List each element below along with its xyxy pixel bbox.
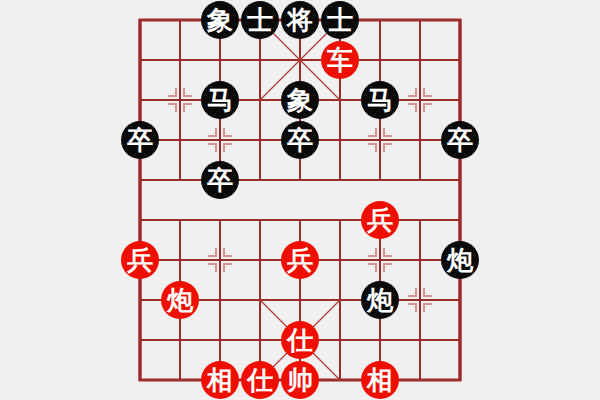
xiangqi-board-area: 象士将士车马象马卒卒卒卒兵兵兵炮炮炮仕相仕帅相 bbox=[0, 0, 600, 400]
piece-red-elephant[interactable]: 相 bbox=[201, 361, 239, 399]
board-point-2-9[interactable]: 相 bbox=[200, 360, 240, 400]
piece-black-soldier[interactable]: 卒 bbox=[441, 121, 479, 159]
piece-black-soldier[interactable]: 卒 bbox=[121, 121, 159, 159]
board-point-4-8[interactable]: 仕 bbox=[280, 320, 320, 360]
board-point-4-6[interactable]: 兵 bbox=[280, 240, 320, 280]
piece-red-advisor[interactable]: 仕 bbox=[281, 321, 319, 359]
piece-black-cannon[interactable]: 炮 bbox=[441, 241, 479, 279]
piece-black-advisor[interactable]: 士 bbox=[241, 1, 279, 39]
board-point-0-6[interactable]: 兵 bbox=[120, 240, 160, 280]
piece-red-elephant[interactable]: 相 bbox=[361, 361, 399, 399]
board-point-4-0[interactable]: 将 bbox=[280, 0, 320, 40]
piece-red-advisor[interactable]: 仕 bbox=[241, 361, 279, 399]
board-point-2-4[interactable]: 卒 bbox=[200, 160, 240, 200]
piece-red-general[interactable]: 帅 bbox=[281, 361, 319, 399]
board-point-1-7[interactable]: 炮 bbox=[160, 280, 200, 320]
board-point-3-0[interactable]: 士 bbox=[240, 0, 280, 40]
piece-black-general[interactable]: 将 bbox=[281, 1, 319, 39]
board-point-6-9[interactable]: 相 bbox=[360, 360, 400, 400]
board-point-3-9[interactable]: 仕 bbox=[240, 360, 280, 400]
board-point-6-7[interactable]: 炮 bbox=[360, 280, 400, 320]
board-point-6-2[interactable]: 马 bbox=[360, 80, 400, 120]
piece-black-elephant[interactable]: 象 bbox=[281, 81, 319, 119]
piece-red-soldier[interactable]: 兵 bbox=[281, 241, 319, 279]
piece-black-soldier[interactable]: 卒 bbox=[281, 121, 319, 159]
board-point-0-3[interactable]: 卒 bbox=[120, 120, 160, 160]
board-point-4-2[interactable]: 象 bbox=[280, 80, 320, 120]
piece-black-soldier[interactable]: 卒 bbox=[201, 161, 239, 199]
piece-black-advisor[interactable]: 士 bbox=[321, 1, 359, 39]
piece-red-cannon[interactable]: 炮 bbox=[161, 281, 199, 319]
piece-red-soldier[interactable]: 兵 bbox=[361, 201, 399, 239]
piece-black-horse[interactable]: 马 bbox=[361, 81, 399, 119]
xiangqi-board[interactable]: 象士将士车马象马卒卒卒卒兵兵兵炮炮炮仕相仕帅相 bbox=[120, 0, 480, 400]
piece-red-chariot[interactable]: 车 bbox=[321, 41, 359, 79]
piece-black-horse[interactable]: 马 bbox=[201, 81, 239, 119]
board-point-4-9[interactable]: 帅 bbox=[280, 360, 320, 400]
piece-red-soldier[interactable]: 兵 bbox=[121, 241, 159, 279]
board-point-8-6[interactable]: 炮 bbox=[440, 240, 480, 280]
board-point-4-3[interactable]: 卒 bbox=[280, 120, 320, 160]
board-point-2-0[interactable]: 象 bbox=[200, 0, 240, 40]
board-point-2-2[interactable]: 马 bbox=[200, 80, 240, 120]
board-point-5-0[interactable]: 士 bbox=[320, 0, 360, 40]
board-point-5-1[interactable]: 车 bbox=[320, 40, 360, 80]
piece-black-elephant[interactable]: 象 bbox=[201, 1, 239, 39]
piece-black-cannon[interactable]: 炮 bbox=[361, 281, 399, 319]
board-point-6-5[interactable]: 兵 bbox=[360, 200, 400, 240]
board-point-8-3[interactable]: 卒 bbox=[440, 120, 480, 160]
